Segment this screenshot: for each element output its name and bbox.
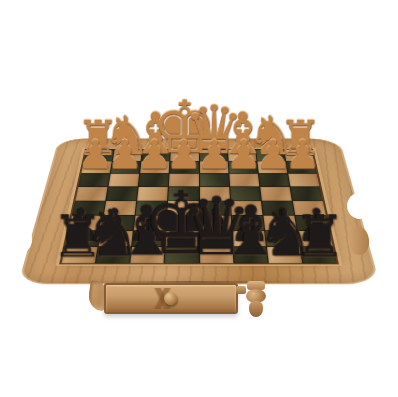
chess-set-photo: ♜♞♝♚♛♝♞♜♟♟♟♟♟♟♟♟♟♟♟♟♟♟♟♟♜♞♝♚♛♝♞♜ <box>0 0 398 397</box>
drawer-latch <box>236 286 246 294</box>
drawer-knob-icon <box>164 292 177 305</box>
foot-segment <box>249 301 263 317</box>
right-foot <box>246 281 266 319</box>
board-base <box>0 0 398 397</box>
storage-drawer <box>104 283 238 314</box>
